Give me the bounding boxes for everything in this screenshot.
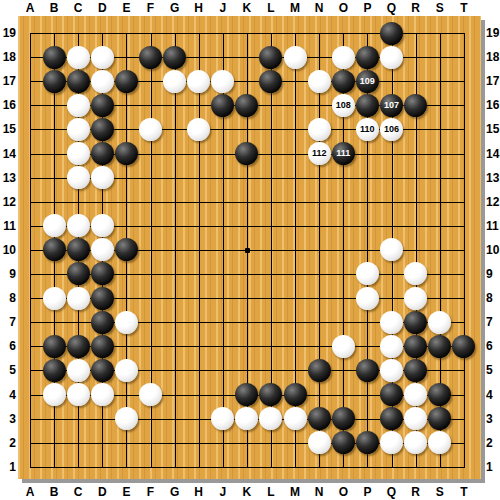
column-label-bottom-j: J [214, 485, 232, 499]
black-stone-r16 [404, 94, 427, 117]
black-stone-q4 [380, 383, 403, 406]
black-stone-b6 [43, 335, 66, 358]
black-stone-l17 [259, 70, 282, 93]
black-stone-m4 [284, 383, 307, 406]
white-stone-g17 [163, 70, 186, 93]
white-stone-m3 [284, 407, 307, 430]
row-label-right-8: 8 [486, 291, 500, 305]
black-stone-d15 [91, 118, 114, 141]
white-stone-q15: 106 [380, 118, 403, 141]
column-label-top-r: R [407, 1, 425, 15]
row-label-left-3: 3 [0, 412, 16, 426]
row-label-left-15: 15 [0, 122, 16, 136]
column-label-bottom-s: S [431, 485, 449, 499]
black-stone-b17 [43, 70, 66, 93]
row-label-right-12: 12 [486, 195, 500, 209]
row-label-left-6: 6 [0, 339, 16, 353]
white-stone-j17 [211, 70, 234, 93]
stones-grid: 109108107110106112111 [18, 21, 476, 479]
white-stone-h17 [187, 70, 210, 93]
column-label-top-t: T [455, 1, 473, 15]
white-stone-b8 [43, 287, 66, 310]
black-stone-d9 [91, 262, 114, 285]
white-stone-q2 [380, 431, 403, 454]
black-stone-p16 [356, 94, 379, 117]
row-label-right-14: 14 [486, 147, 500, 161]
row-label-left-8: 8 [0, 291, 16, 305]
row-label-right-9: 9 [486, 267, 500, 281]
black-stone-s6 [428, 335, 451, 358]
black-stone-d14 [91, 142, 114, 165]
white-stone-d17 [91, 70, 114, 93]
black-stone-k4 [235, 383, 258, 406]
black-stone-b10 [43, 238, 66, 261]
black-stone-r5 [404, 359, 427, 382]
column-label-top-q: Q [383, 1, 401, 15]
white-stone-d13 [91, 166, 114, 189]
black-stone-l18 [259, 46, 282, 69]
black-stone-e14 [115, 142, 138, 165]
black-stone-c17 [67, 70, 90, 93]
white-stone-f15 [139, 118, 162, 141]
black-stone-r6 [404, 335, 427, 358]
column-label-top-g: G [166, 1, 184, 15]
column-label-bottom-f: F [142, 485, 160, 499]
column-label-top-c: C [69, 1, 87, 15]
column-label-top-k: K [238, 1, 256, 15]
black-stone-b18 [43, 46, 66, 69]
row-label-left-11: 11 [0, 219, 16, 233]
row-label-left-2: 2 [0, 436, 16, 450]
black-stone-d6 [91, 335, 114, 358]
black-stone-q16: 107 [380, 94, 403, 117]
white-stone-c16 [67, 94, 90, 117]
move-number-label-111: 111 [336, 149, 350, 158]
black-stone-g18 [163, 46, 186, 69]
white-stone-p9 [356, 262, 379, 285]
black-stone-f18 [139, 46, 162, 69]
column-label-bottom-m: M [286, 485, 304, 499]
black-stone-q3 [380, 407, 403, 430]
black-stone-p18 [356, 46, 379, 69]
white-stone-q5 [380, 359, 403, 382]
column-label-bottom-l: L [262, 485, 280, 499]
black-stone-p2 [356, 431, 379, 454]
white-stone-c5 [67, 359, 90, 382]
white-stone-n2 [308, 431, 331, 454]
column-label-top-j: J [214, 1, 232, 15]
black-stone-k16 [235, 94, 258, 117]
white-stone-k3 [235, 407, 258, 430]
white-stone-o16: 108 [332, 94, 355, 117]
white-stone-p8 [356, 287, 379, 310]
white-stone-c8 [67, 287, 90, 310]
row-label-right-7: 7 [486, 315, 500, 329]
move-number-label-107: 107 [384, 101, 399, 110]
white-stone-c4 [67, 383, 90, 406]
move-number-label-109: 109 [360, 77, 375, 86]
column-label-bottom-r: R [407, 485, 425, 499]
white-stone-h15 [187, 118, 210, 141]
black-stone-q19 [380, 22, 403, 45]
white-stone-o18 [332, 46, 355, 69]
column-label-bottom-d: D [93, 485, 111, 499]
white-stone-c13 [67, 166, 90, 189]
black-stone-n3 [308, 407, 331, 430]
column-label-top-h: H [190, 1, 208, 15]
white-stone-s7 [428, 311, 451, 334]
column-label-bottom-e: E [117, 485, 135, 499]
black-stone-l4 [259, 383, 282, 406]
column-label-bottom-b: B [45, 485, 63, 499]
row-label-left-18: 18 [0, 50, 16, 64]
row-label-left-4: 4 [0, 388, 16, 402]
white-stone-b4 [43, 383, 66, 406]
row-label-right-13: 13 [486, 171, 500, 185]
column-label-bottom-n: N [310, 485, 328, 499]
black-stone-c6 [67, 335, 90, 358]
row-label-left-16: 16 [0, 98, 16, 112]
black-stone-b5 [43, 359, 66, 382]
white-stone-n14: 112 [308, 142, 331, 165]
row-label-left-17: 17 [0, 74, 16, 88]
move-number-label-110: 110 [360, 125, 375, 134]
black-stone-d8 [91, 287, 114, 310]
row-label-right-2: 2 [486, 436, 500, 450]
row-label-left-12: 12 [0, 195, 16, 209]
white-stone-c11 [67, 214, 90, 237]
row-label-left-13: 13 [0, 171, 16, 185]
black-stone-o17 [332, 70, 355, 93]
row-label-right-6: 6 [486, 339, 500, 353]
black-stone-p5 [356, 359, 379, 382]
row-label-left-5: 5 [0, 363, 16, 377]
white-stone-d11 [91, 214, 114, 237]
row-label-right-15: 15 [486, 122, 500, 136]
black-stone-o3 [332, 407, 355, 430]
black-stone-p17: 109 [356, 70, 379, 93]
white-stone-s2 [428, 431, 451, 454]
row-label-right-16: 16 [486, 98, 500, 112]
white-stone-o6 [332, 335, 355, 358]
column-label-bottom-h: H [190, 485, 208, 499]
white-stone-f4 [139, 383, 162, 406]
column-label-bottom-t: T [455, 485, 473, 499]
row-label-right-11: 11 [486, 219, 500, 233]
black-stone-e10 [115, 238, 138, 261]
black-stone-r7 [404, 311, 427, 334]
column-label-top-o: O [334, 1, 352, 15]
white-stone-e7 [115, 311, 138, 334]
white-stone-d10 [91, 238, 114, 261]
column-label-bottom-a: A [21, 485, 39, 499]
column-label-bottom-p: P [358, 485, 376, 499]
white-stone-r9 [404, 262, 427, 285]
white-stone-r8 [404, 287, 427, 310]
row-label-right-19: 19 [486, 26, 500, 40]
black-stone-c9 [67, 262, 90, 285]
row-label-right-18: 18 [486, 50, 500, 64]
row-label-left-1: 1 [0, 460, 16, 474]
column-label-bottom-o: O [334, 485, 352, 499]
column-label-bottom-c: C [69, 485, 87, 499]
white-stone-j3 [211, 407, 234, 430]
white-stone-d4 [91, 383, 114, 406]
column-label-top-p: P [358, 1, 376, 15]
black-stone-o2 [332, 431, 355, 454]
row-label-right-4: 4 [486, 388, 500, 402]
row-label-left-7: 7 [0, 315, 16, 329]
move-number-label-106: 106 [384, 125, 399, 134]
white-stone-q10 [380, 238, 403, 261]
column-label-bottom-g: G [166, 485, 184, 499]
column-label-top-b: B [45, 1, 63, 15]
column-label-top-e: E [117, 1, 135, 15]
column-label-bottom-k: K [238, 485, 256, 499]
black-stone-k14 [235, 142, 258, 165]
white-stone-n15 [308, 118, 331, 141]
white-stone-r2 [404, 431, 427, 454]
column-label-top-l: L [262, 1, 280, 15]
row-label-right-17: 17 [486, 74, 500, 88]
white-stone-b11 [43, 214, 66, 237]
white-stone-q18 [380, 46, 403, 69]
column-label-top-m: M [286, 1, 304, 15]
row-label-right-3: 3 [486, 412, 500, 426]
go-board[interactable]: 109108107110106112111 [18, 16, 481, 479]
white-stone-m18 [284, 46, 307, 69]
row-label-left-19: 19 [0, 26, 16, 40]
row-label-right-1: 1 [486, 460, 500, 474]
black-stone-e17 [115, 70, 138, 93]
black-stone-c10 [67, 238, 90, 261]
black-stone-s3 [428, 407, 451, 430]
row-label-left-14: 14 [0, 147, 16, 161]
white-stone-e3 [115, 407, 138, 430]
white-stone-r4 [404, 383, 427, 406]
black-stone-s4 [428, 383, 451, 406]
white-stone-q7 [380, 311, 403, 334]
white-stone-l3 [259, 407, 282, 430]
column-label-top-d: D [93, 1, 111, 15]
black-stone-d5 [91, 359, 114, 382]
move-number-label-108: 108 [336, 101, 351, 110]
column-label-top-a: A [21, 1, 39, 15]
black-stone-n5 [308, 359, 331, 382]
white-stone-c14 [67, 142, 90, 165]
white-stone-c15 [67, 118, 90, 141]
white-stone-q6 [380, 335, 403, 358]
white-stone-d18 [91, 46, 114, 69]
go-game-screenshot: ABCDEFGHJKLMNOPQRST ABCDEFGHJKLMNOPQRST … [0, 0, 500, 500]
white-stone-p15: 110 [356, 118, 379, 141]
white-stone-c18 [67, 46, 90, 69]
white-stone-n17 [308, 70, 331, 93]
black-stone-d16 [91, 94, 114, 117]
column-label-bottom-q: Q [383, 485, 401, 499]
row-label-left-9: 9 [0, 267, 16, 281]
black-stone-d7 [91, 311, 114, 334]
row-label-left-10: 10 [0, 243, 16, 257]
black-stone-o14: 111 [332, 142, 355, 165]
move-number-label-112: 112 [312, 149, 327, 158]
row-label-right-5: 5 [486, 363, 500, 377]
white-stone-e5 [115, 359, 138, 382]
black-stone-j16 [211, 94, 234, 117]
white-stone-r3 [404, 407, 427, 430]
row-label-right-10: 10 [486, 243, 500, 257]
column-label-top-s: S [431, 1, 449, 15]
column-label-top-n: N [310, 1, 328, 15]
black-stone-t6 [452, 335, 475, 358]
column-label-top-f: F [142, 1, 160, 15]
